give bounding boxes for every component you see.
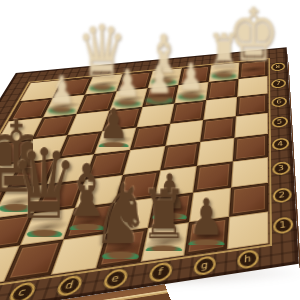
piece-dark-pawn-d5: ♟ xyxy=(79,100,149,148)
dark-pawn-glyph: ♟ xyxy=(99,101,128,147)
dark-knight-glyph: ♞ xyxy=(91,172,149,258)
piece-dark-knight-e1: ♞ xyxy=(77,167,163,258)
product-photo-scene: abcdefgh12345678 ♚♛♝♞♜♟♟♟♟♛♟♝♟♟♜♚ xyxy=(0,0,300,300)
chess-board-3d: abcdefgh12345678 ♚♛♝♞♜♟♟♟♟♛♟♝♟♟♜♚ xyxy=(0,47,299,300)
pieces-layer: ♚♛♝♞♜♟♟♟♟♛♟♝♟♟♜♚ xyxy=(0,47,299,300)
light-pawn-glyph: ♟ xyxy=(114,63,141,105)
piece-light-pawn-d7: ♟ xyxy=(96,61,159,104)
piece-dark-queen-c2: ♛ xyxy=(3,129,86,235)
board-surface: abcdefgh12345678 ♚♛♝♞♜♟♟♟♟♛♟♝♟♟♜♚ xyxy=(0,47,299,300)
dark-queen-glyph: ♛ xyxy=(11,134,79,235)
